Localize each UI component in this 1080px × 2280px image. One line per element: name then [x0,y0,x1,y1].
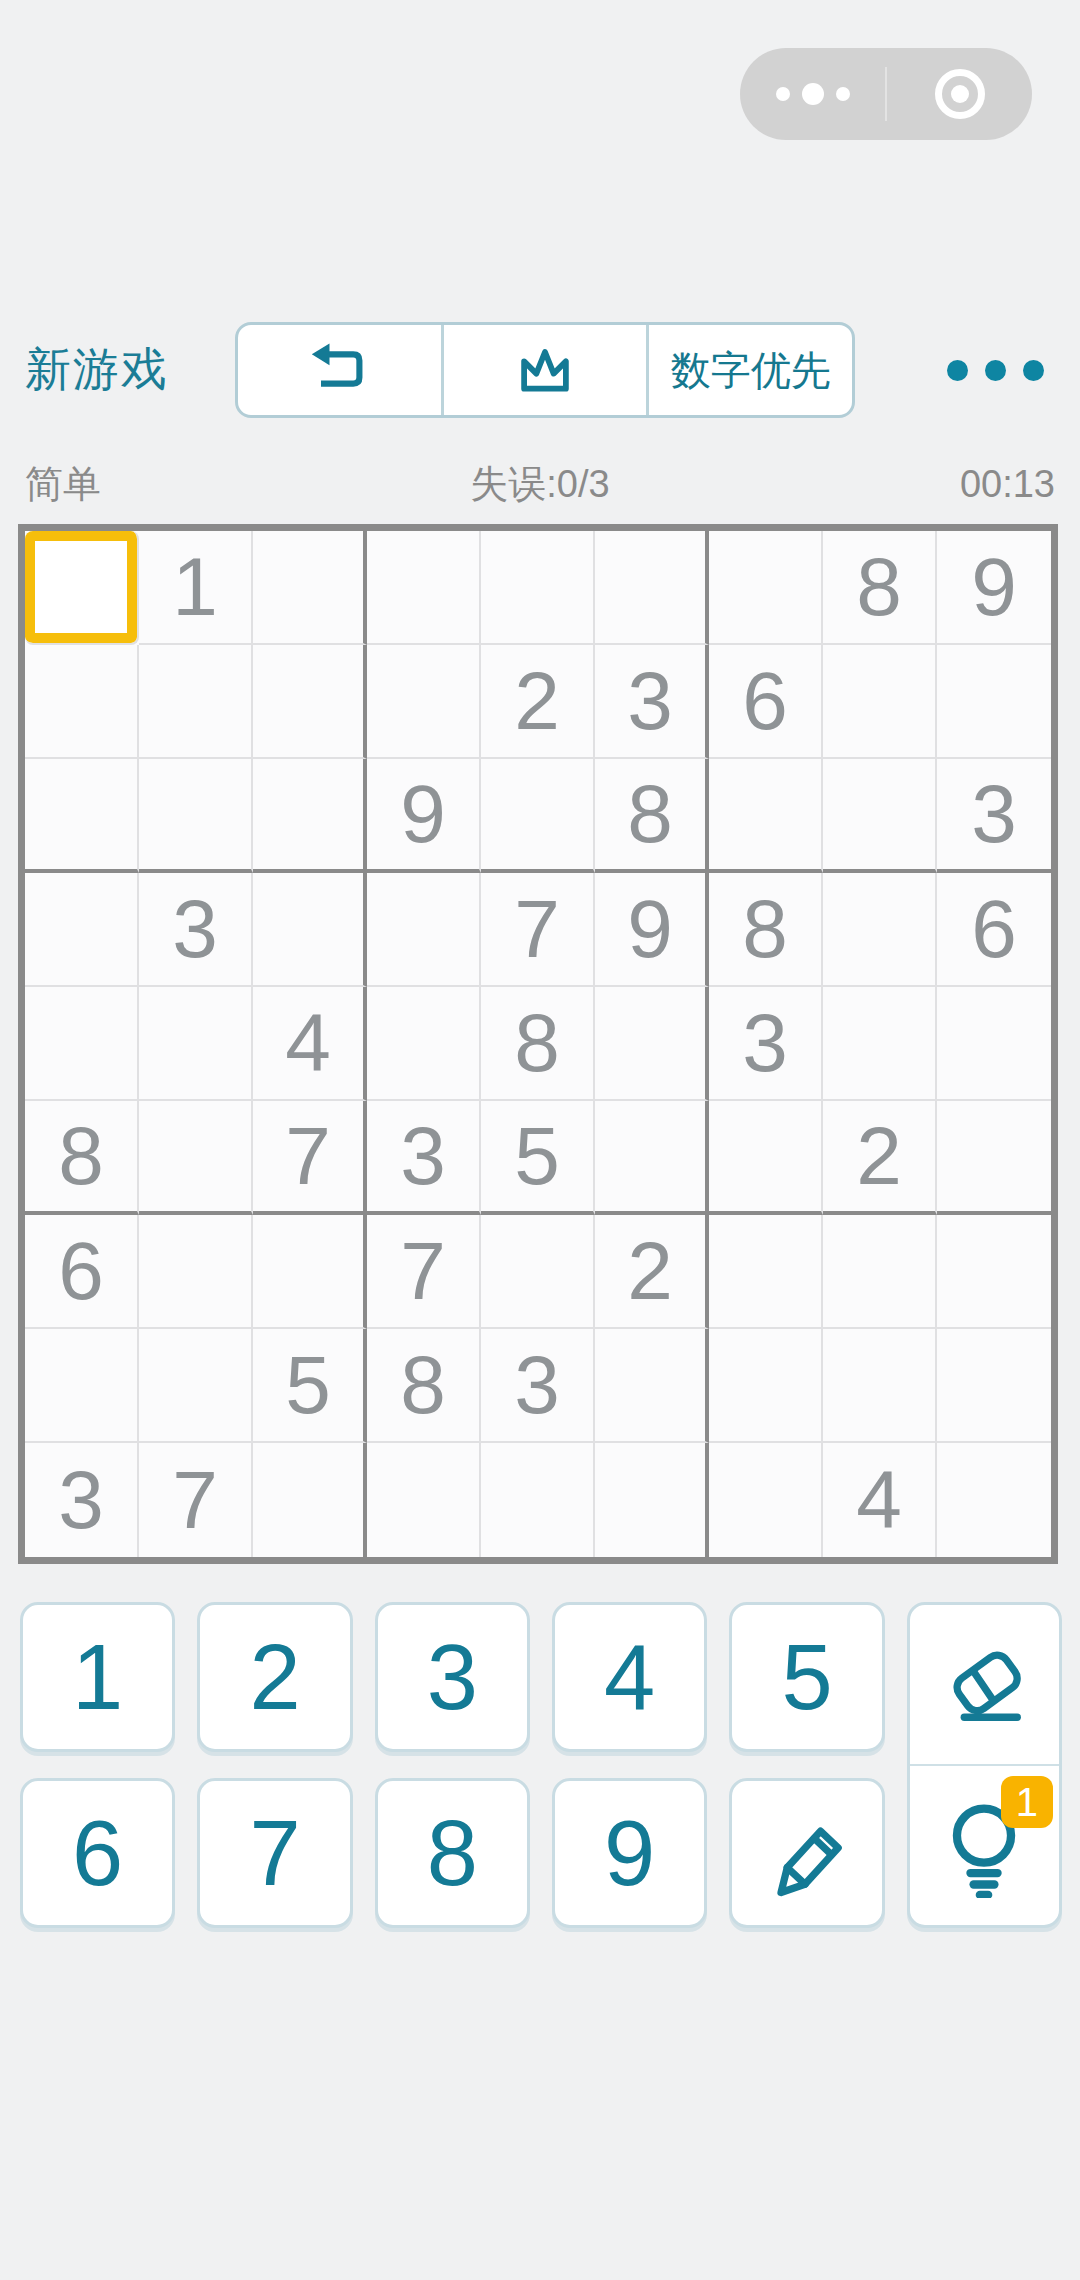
cell-r4c8[interactable] [823,873,937,987]
more-menu-button[interactable] [947,322,1044,418]
cell-r8c5[interactable]: 3 [481,1329,595,1443]
cell-r5c5[interactable]: 8 [481,987,595,1101]
ellipsis-icon [776,87,790,101]
cell-r2c4[interactable] [367,645,481,759]
cell-r1c5[interactable] [481,531,595,645]
undo-arrow-icon [305,336,373,404]
cell-r7c2[interactable] [139,1215,253,1329]
cell-r7c7[interactable] [709,1215,823,1329]
cell-r9c7[interactable] [709,1443,823,1557]
cell-r6c1[interactable]: 8 [25,1101,139,1215]
cell-r9c9[interactable] [937,1443,1051,1557]
digit-9-button[interactable]: 9 [552,1778,707,1928]
hint-count-badge: 1 [1001,1776,1053,1828]
cell-r8c9[interactable] [937,1329,1051,1443]
cell-r2c1[interactable] [25,645,139,759]
cell-r9c5[interactable] [481,1443,595,1557]
cell-r4c9[interactable]: 6 [937,873,1051,987]
cell-r2c8[interactable] [823,645,937,759]
new-game-button[interactable]: 新游戏 [25,322,169,418]
digit-7-button[interactable]: 7 [197,1778,352,1928]
undo-button[interactable] [238,325,441,415]
cell-r4c3[interactable] [253,873,367,987]
cell-r3c5[interactable] [481,759,595,873]
cell-r9c4[interactable] [367,1443,481,1557]
ellipsis-icon [836,87,850,101]
cell-r2c5[interactable]: 2 [481,645,595,759]
cell-r4c4[interactable] [367,873,481,987]
eraser-button[interactable] [910,1605,1059,1764]
cell-r8c8[interactable] [823,1329,937,1443]
cell-r4c1[interactable] [25,873,139,987]
cell-r6c6[interactable] [595,1101,709,1215]
pencil-icon [755,1801,859,1905]
cell-r9c6[interactable] [595,1443,709,1557]
miniprogram-capsule [740,48,1032,140]
cell-r3c8[interactable] [823,759,937,873]
cell-r7c4[interactable]: 7 [367,1215,481,1329]
cell-r1c6[interactable] [595,531,709,645]
cell-r9c1[interactable]: 3 [25,1443,139,1557]
cell-r5c2[interactable] [139,987,253,1101]
cell-r3c3[interactable] [253,759,367,873]
numpad: 1 2 3 4 5 1 6 [20,1602,1062,1928]
status-bar: 简单 失误:0/3 00:13 [25,455,1055,513]
cell-r5c3[interactable]: 4 [253,987,367,1101]
toolbar-group: 数字优先 [235,322,855,418]
cell-r3c9[interactable]: 3 [937,759,1051,873]
digit-2-button[interactable]: 2 [197,1602,352,1752]
hint-button[interactable]: 1 [910,1764,1059,1925]
cell-r9c3[interactable] [253,1443,367,1557]
cell-r3c4[interactable]: 9 [367,759,481,873]
cell-r3c7[interactable] [709,759,823,873]
ellipsis-icon [1023,360,1044,381]
cell-r1c3[interactable] [253,531,367,645]
pencil-button[interactable] [729,1778,884,1928]
cell-r2c3[interactable] [253,645,367,759]
cell-r1c7[interactable] [709,531,823,645]
cell-r7c3[interactable] [253,1215,367,1329]
tool-stack: 1 [907,1602,1062,1928]
cell-r1c9[interactable]: 9 [937,531,1051,645]
cell-r4c2[interactable]: 3 [139,873,253,987]
cell-r1c8[interactable]: 8 [823,531,937,645]
ellipsis-icon [802,83,824,105]
crown-icon [509,334,581,406]
cell-r2c9[interactable] [937,645,1051,759]
cell-r7c9[interactable] [937,1215,1051,1329]
capsule-home-button[interactable] [887,48,1032,140]
cell-r4c5[interactable]: 7 [481,873,595,987]
cell-r4c6[interactable]: 9 [595,873,709,987]
cell-r5c8[interactable] [823,987,937,1101]
cell-r2c6[interactable]: 3 [595,645,709,759]
digit-6-button[interactable]: 6 [20,1778,175,1928]
cell-r7c6[interactable]: 2 [595,1215,709,1329]
cell-r9c2[interactable]: 7 [139,1443,253,1557]
cell-r8c3[interactable]: 5 [253,1329,367,1443]
cell-r8c2[interactable] [139,1329,253,1443]
record-circle-icon [935,69,985,119]
crown-button[interactable] [441,325,647,415]
cell-r5c9[interactable] [937,987,1051,1101]
cell-r9c8[interactable]: 4 [823,1443,937,1557]
cell-r8c1[interactable] [25,1329,139,1443]
eraser-icon [932,1633,1036,1737]
mode-toggle-button[interactable]: 数字优先 [646,325,852,415]
cell-r2c2[interactable] [139,645,253,759]
timer: 00:13 [960,463,1055,506]
cell-r7c5[interactable] [481,1215,595,1329]
cell-r6c5[interactable]: 5 [481,1101,595,1215]
cell-r6c9[interactable] [937,1101,1051,1215]
cell-r6c8[interactable]: 2 [823,1101,937,1215]
header: 新游戏 数字优先 [0,322,1080,418]
digit-1-button[interactable]: 1 [20,1602,175,1752]
digit-3-button[interactable]: 3 [375,1602,530,1752]
cell-r6c4[interactable]: 3 [367,1101,481,1215]
cell-r5c4[interactable] [367,987,481,1101]
cell-r8c4[interactable]: 8 [367,1329,481,1443]
cell-r3c1[interactable] [25,759,139,873]
digit-4-button[interactable]: 4 [552,1602,707,1752]
sudoku-board: 1892369833798648387352672583374 [18,524,1058,1564]
cell-r6c2[interactable] [139,1101,253,1215]
cell-r4c7[interactable]: 8 [709,873,823,987]
cell-r7c8[interactable] [823,1215,937,1329]
cell-r1c2[interactable]: 1 [139,531,253,645]
ellipsis-icon [985,360,1006,381]
cell-r3c6[interactable]: 8 [595,759,709,873]
cell-r8c6[interactable] [595,1329,709,1443]
cell-r7c1[interactable]: 6 [25,1215,139,1329]
cell-r5c6[interactable] [595,987,709,1101]
difficulty-label: 简单 [25,459,101,510]
cell-r2c7[interactable]: 6 [709,645,823,759]
digit-5-button[interactable]: 5 [729,1602,884,1752]
cell-r6c7[interactable] [709,1101,823,1215]
mistakes-counter: 失误:0/3 [470,459,609,510]
digit-8-button[interactable]: 8 [375,1778,530,1928]
capsule-more-button[interactable] [740,48,885,140]
cell-r1c1[interactable] [25,531,139,645]
cell-r3c2[interactable] [139,759,253,873]
cell-r8c7[interactable] [709,1329,823,1443]
cell-r5c7[interactable]: 3 [709,987,823,1101]
mode-toggle-label: 数字优先 [671,343,831,398]
cell-r5c1[interactable] [25,987,139,1101]
cell-r1c4[interactable] [367,531,481,645]
cell-r6c3[interactable]: 7 [253,1101,367,1215]
ellipsis-icon [947,360,968,381]
